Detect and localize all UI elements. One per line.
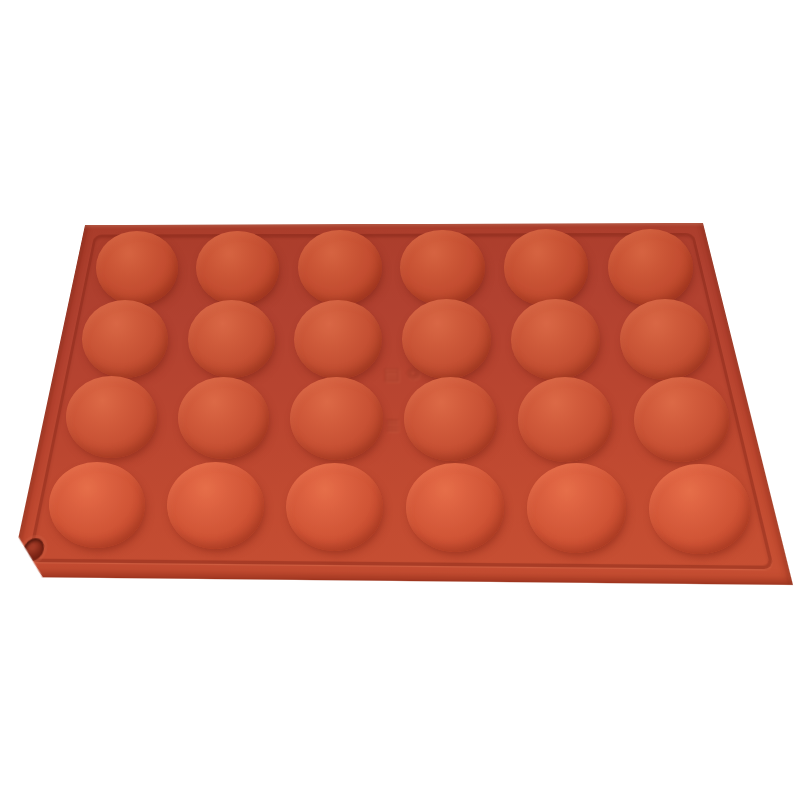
mold-cavity-dome — [66, 376, 157, 458]
mold-cavity-dome — [178, 377, 270, 460]
mold-cavity-dome — [286, 463, 384, 551]
mold-cavity-dome — [402, 299, 491, 379]
mold-cavity-dome — [511, 299, 600, 379]
mold-cavity-dome — [196, 231, 279, 306]
mold-cavity-dome — [404, 377, 497, 461]
mold-cavity-dome — [49, 462, 145, 549]
mold-cavity-dome — [406, 463, 505, 552]
mold-cavity-dome — [400, 230, 484, 306]
mold-cavity-dome — [504, 229, 589, 305]
cavity-grid — [0, 0, 800, 800]
mold-cavity-dome — [608, 229, 694, 306]
mold-cavity-dome — [518, 377, 612, 462]
mold-cavity-dome — [527, 463, 627, 553]
mold-cavity-dome — [298, 230, 382, 305]
mold-cavity-dome — [649, 464, 750, 555]
mold-cavity-dome — [188, 300, 275, 378]
mold-cavity-dome — [290, 377, 383, 460]
mold-cavity-dome — [294, 300, 382, 379]
mold-cavity-dome — [96, 231, 178, 305]
mold-cavity-dome — [634, 377, 729, 463]
mold-cavity-dome — [167, 462, 264, 549]
mold-cavity-dome — [82, 300, 168, 378]
mold-cavity-dome — [620, 299, 710, 380]
product-photo-canvas: ❁ ▦ ▤ ≣ — [0, 0, 800, 800]
